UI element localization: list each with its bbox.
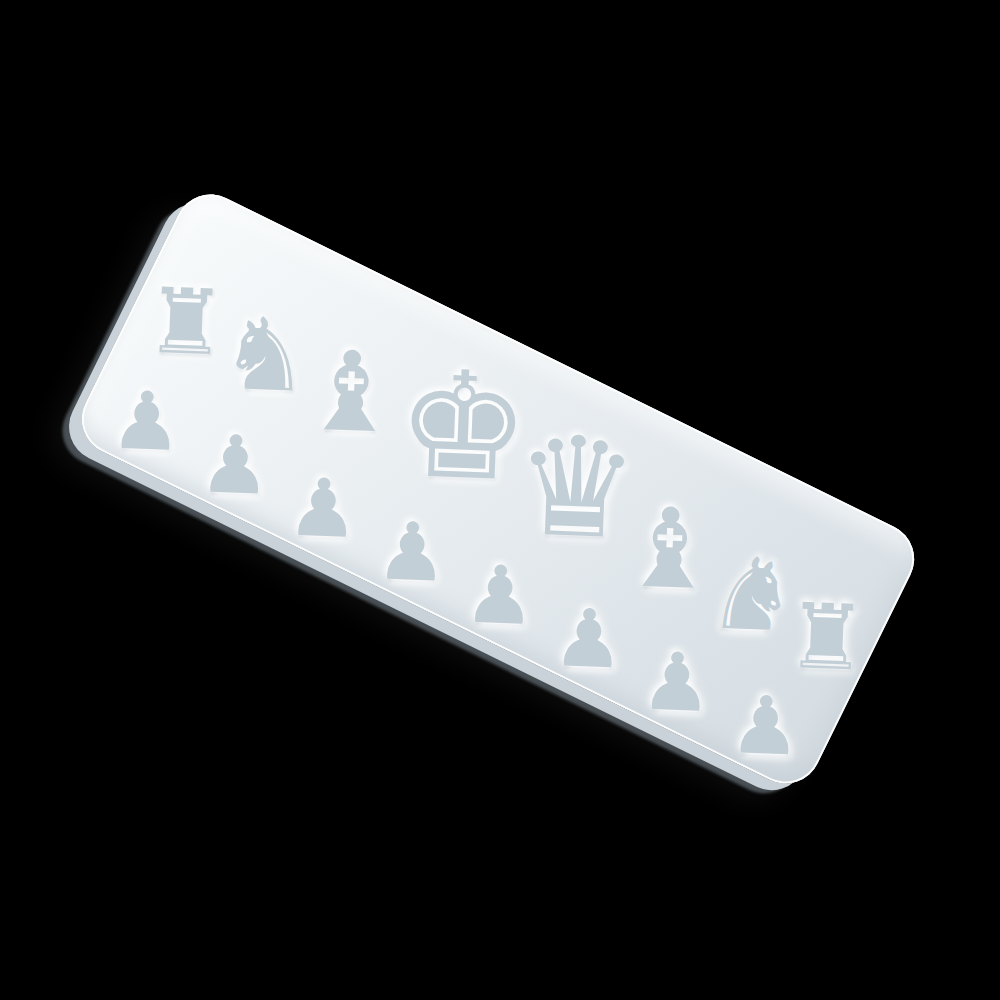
mold-cavity-pawn: ♟	[463, 557, 538, 636]
mold-cavity-pawn: ♟	[728, 687, 803, 766]
mold-cavity-rook: ♜	[144, 277, 228, 366]
mold-cavity-pawn: ♟	[109, 383, 184, 462]
mold-cavity-pawn: ♟	[640, 644, 715, 723]
mold-cavity-knight: ♞	[706, 545, 799, 643]
mold-cavity-king: ♚	[394, 354, 532, 500]
mold-cavity-bishop: ♝	[619, 495, 722, 603]
mold-cavity-pawn: ♟	[375, 513, 450, 592]
mold-cavity-bishop: ♝	[300, 338, 403, 446]
mold-cavity-pawn: ♟	[198, 426, 273, 505]
mold-cavity-pawn: ♟	[551, 600, 626, 679]
mold-cavity-pawn: ♟	[286, 470, 361, 549]
product-photo-scene: ♜♞♝♚♛♝♞♜ ♟♟♟♟♟♟♟♟	[0, 0, 1000, 1000]
silicone-chess-mold: ♜♞♝♚♛♝♞♜ ♟♟♟♟♟♟♟♟	[70, 182, 927, 795]
mold-cavity-rook: ♜	[785, 592, 869, 681]
mold-cavity-knight: ♞	[218, 306, 311, 404]
